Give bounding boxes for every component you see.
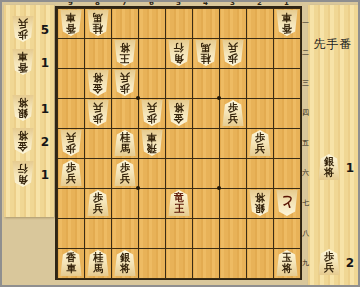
- piece-kanji: 角: [174, 53, 184, 64]
- piece-kanji: と: [280, 198, 294, 209]
- piece-kanji: 馬: [93, 12, 103, 23]
- square-2h[interactable]: [246, 218, 273, 248]
- square-1e[interactable]: [273, 128, 300, 158]
- sente-hand-count-silver: 1: [343, 161, 357, 175]
- square-8b[interactable]: [84, 38, 111, 68]
- piece-kanji: 金: [93, 83, 103, 94]
- square-3a[interactable]: [219, 8, 246, 38]
- square-5i[interactable]: [165, 248, 192, 278]
- square-3h[interactable]: [219, 218, 246, 248]
- piece-kanji: 角: [18, 174, 28, 185]
- square-7a[interactable]: [111, 8, 138, 38]
- piece-kanji: 車: [18, 51, 28, 62]
- square-7d[interactable]: [111, 98, 138, 128]
- square-6i[interactable]: [138, 248, 165, 278]
- square-2d[interactable]: [246, 98, 273, 128]
- piece-kanji: 香: [66, 23, 76, 34]
- piece-kanji: 馬: [201, 42, 211, 53]
- file-label-6: 6: [138, 0, 165, 7]
- square-6g[interactable]: [138, 188, 165, 218]
- piece-kanji: 香: [18, 62, 28, 73]
- square-5c[interactable]: [165, 68, 192, 98]
- square-4e[interactable]: [192, 128, 219, 158]
- square-7g[interactable]: [111, 188, 138, 218]
- square-4a[interactable]: [192, 8, 219, 38]
- file-label-5: 5: [165, 0, 192, 7]
- square-5h[interactable]: [165, 218, 192, 248]
- square-1d[interactable]: [273, 98, 300, 128]
- piece-kanji: 兵: [228, 113, 238, 124]
- square-3i[interactable]: [219, 248, 246, 278]
- piece-kanji: 将: [120, 42, 130, 53]
- square-8h[interactable]: [84, 218, 111, 248]
- turn-indicator: 先手番: [308, 36, 358, 53]
- piece-kanji: 兵: [93, 203, 103, 214]
- piece-kanji: 兵: [255, 143, 265, 154]
- piece-kanji: 馬: [93, 263, 103, 274]
- piece-kanji: 歩: [147, 113, 157, 124]
- piece-kanji: 将: [18, 97, 28, 108]
- square-2a[interactable]: [246, 8, 273, 38]
- gote-hand-count-bishop: 1: [38, 168, 52, 182]
- piece-kanji: 車: [66, 12, 76, 23]
- piece-kanji: 歩: [120, 83, 130, 94]
- piece-kanji: 桂: [93, 23, 103, 34]
- piece-kanji: 兵: [228, 42, 238, 53]
- square-6f[interactable]: [138, 158, 165, 188]
- piece-kanji: 金: [18, 141, 28, 152]
- rank-label-3: 三: [301, 78, 310, 88]
- rank-label-6: 六: [301, 168, 310, 178]
- square-3g[interactable]: [219, 188, 246, 218]
- file-label-8: 8: [84, 0, 111, 7]
- file-label-1: 1: [273, 0, 300, 7]
- square-8f[interactable]: [84, 158, 111, 188]
- piece-kanji: 将: [255, 192, 265, 203]
- piece-kanji: 車: [147, 132, 157, 143]
- square-9c[interactable]: [57, 68, 84, 98]
- piece-kanji: 歩: [228, 53, 238, 64]
- piece-kanji: 車: [282, 12, 292, 23]
- rank-label-9: 九: [301, 258, 310, 268]
- square-4d[interactable]: [192, 98, 219, 128]
- piece-kanji: 将: [324, 167, 334, 178]
- square-3f[interactable]: [219, 158, 246, 188]
- piece-kanji: 兵: [18, 18, 28, 29]
- piece-kanji: 将: [120, 263, 130, 274]
- square-7h[interactable]: [111, 218, 138, 248]
- file-label-2: 2: [246, 0, 273, 7]
- square-4f[interactable]: [192, 158, 219, 188]
- square-9g[interactable]: [57, 188, 84, 218]
- piece-kanji: 銀: [255, 203, 265, 214]
- square-9h[interactable]: [57, 218, 84, 248]
- square-9d[interactable]: [57, 98, 84, 128]
- piece-kanji: 王: [120, 53, 130, 64]
- gote-hand-count-pawn: 5: [38, 23, 52, 37]
- file-label-3: 3: [219, 0, 246, 7]
- piece-kanji: 兵: [120, 173, 130, 184]
- square-3e[interactable]: [219, 128, 246, 158]
- file-label-7: 7: [111, 0, 138, 7]
- piece-kanji: 飛: [147, 143, 157, 154]
- square-4i[interactable]: [192, 248, 219, 278]
- piece-kanji: 桂: [201, 53, 211, 64]
- gote-hand-count-lance: 1: [38, 56, 52, 70]
- square-5e[interactable]: [165, 128, 192, 158]
- file-label-4: 4: [192, 0, 219, 7]
- shogi-app: 先手番 987654321一二三四五六七八九 香車桂馬香車王将角行桂馬歩兵金将歩…: [0, 0, 360, 287]
- piece-kanji: 金: [174, 113, 184, 124]
- rank-label-5: 五: [301, 138, 310, 148]
- square-6c[interactable]: [138, 68, 165, 98]
- piece-kanji: 兵: [66, 173, 76, 184]
- rank-label-2: 二: [301, 48, 310, 58]
- rank-label-4: 四: [301, 108, 310, 118]
- file-label-9: 9: [57, 0, 84, 7]
- square-1f[interactable]: [273, 158, 300, 188]
- piece-kanji: 将: [174, 102, 184, 113]
- piece-kanji: 王: [174, 203, 184, 214]
- piece-kanji: 歩: [18, 29, 28, 40]
- rank-label-8: 八: [301, 228, 310, 238]
- square-4h[interactable]: [192, 218, 219, 248]
- square-5f[interactable]: [165, 158, 192, 188]
- square-2c[interactable]: [246, 68, 273, 98]
- square-5a[interactable]: [165, 8, 192, 38]
- square-3c[interactable]: [219, 68, 246, 98]
- rank-label-1: 一: [301, 18, 310, 28]
- piece-kanji: 歩: [93, 113, 103, 124]
- square-2f[interactable]: [246, 158, 273, 188]
- piece-kanji: 銀: [18, 108, 28, 119]
- piece-kanji: 兵: [324, 262, 334, 273]
- piece-kanji: 兵: [120, 72, 130, 83]
- gote-hand-count-gold: 2: [38, 135, 52, 149]
- square-1h[interactable]: [273, 218, 300, 248]
- square-2b[interactable]: [246, 38, 273, 68]
- square-6a[interactable]: [138, 8, 165, 38]
- piece-kanji: 将: [282, 263, 292, 274]
- piece-kanji: 車: [66, 263, 76, 274]
- square-2i[interactable]: [246, 248, 273, 278]
- piece-kanji: 将: [18, 130, 28, 141]
- piece-kanji: 兵: [66, 132, 76, 143]
- sente-hand-count-pawn: 2: [343, 256, 357, 270]
- square-6b[interactable]: [138, 38, 165, 68]
- piece-kanji: 歩: [66, 143, 76, 154]
- piece-kanji: 兵: [93, 102, 103, 113]
- piece-kanji: 馬: [120, 143, 130, 154]
- square-4c[interactable]: [192, 68, 219, 98]
- square-4g[interactable]: [192, 188, 219, 218]
- board-gridline: [57, 278, 300, 279]
- square-8e[interactable]: [84, 128, 111, 158]
- square-1b[interactable]: [273, 38, 300, 68]
- square-6h[interactable]: [138, 218, 165, 248]
- gote-hand-count-silver: 1: [38, 102, 52, 116]
- square-1c[interactable]: [273, 68, 300, 98]
- rank-label-7: 七: [301, 198, 310, 208]
- piece-kanji: 行: [174, 42, 184, 53]
- piece-kanji: 兵: [147, 102, 157, 113]
- piece-kanji: 行: [18, 163, 28, 174]
- piece-kanji: 将: [93, 72, 103, 83]
- piece-kanji: 香: [282, 23, 292, 34]
- square-9b[interactable]: [57, 38, 84, 68]
